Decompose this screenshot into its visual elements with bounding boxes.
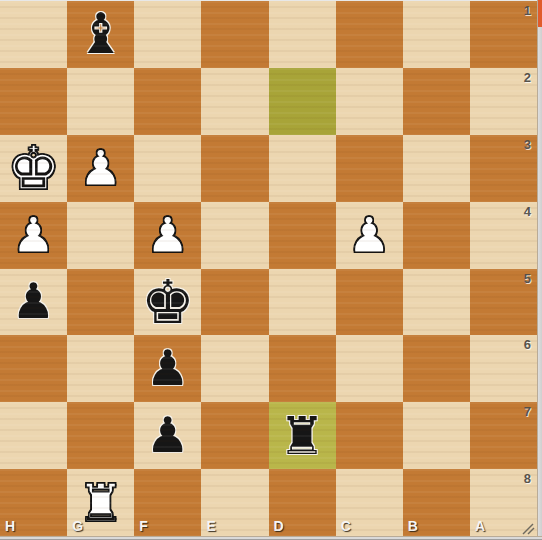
square-c6[interactable] [336,335,403,402]
square-e7[interactable] [201,402,268,469]
file-label-G: G [72,518,83,534]
file-label-F: F [139,518,148,534]
square-c8[interactable]: C [336,469,403,536]
square-a6[interactable]: 6 [470,335,537,402]
square-c3[interactable] [336,135,403,202]
square-b1[interactable] [403,1,470,68]
file-label-A: A [475,518,485,534]
file-label-D: D [274,518,284,534]
file-label-B: B [408,518,418,534]
square-c2[interactable] [336,68,403,135]
square-d7[interactable]: ♜ [269,402,336,469]
square-b3[interactable] [403,135,470,202]
file-label-C: C [341,518,351,534]
square-h8[interactable]: H [0,469,67,536]
square-f2[interactable] [134,68,201,135]
square-h3[interactable]: ♚ [0,135,67,202]
rank-label-4: 4 [524,204,531,219]
square-e1[interactable] [201,1,268,68]
square-b6[interactable] [403,335,470,402]
square-e2[interactable] [201,68,268,135]
square-a4[interactable]: 4 [470,202,537,269]
square-h1[interactable] [0,1,67,68]
scroll-position-marker [538,0,542,27]
square-g6[interactable] [67,335,134,402]
piece-black-bishop[interactable]: ♝ [67,1,134,68]
page-right-gutter [537,0,542,540]
square-a7[interactable]: 7 [470,402,537,469]
file-label-H: H [5,518,15,534]
square-e4[interactable] [201,202,268,269]
chess-board[interactable]: ♝12♚♟3♟♟♟4♟♚5♟6♟♜7H♜GFEDCB8A [0,0,537,536]
square-h2[interactable] [0,68,67,135]
file-label-E: E [206,518,215,534]
square-a2[interactable]: 2 [470,68,537,135]
rank-label-6: 6 [524,337,531,352]
square-b4[interactable] [403,202,470,269]
rank-label-3: 3 [524,137,531,152]
square-e6[interactable] [201,335,268,402]
square-d3[interactable] [269,135,336,202]
rank-label-1: 1 [524,3,531,18]
square-g8[interactable]: ♜G [67,469,134,536]
square-d6[interactable] [269,335,336,402]
square-f1[interactable] [134,1,201,68]
piece-white-king[interactable]: ♚ [0,135,67,202]
square-f8[interactable]: F [134,469,201,536]
square-f7[interactable]: ♟ [134,402,201,469]
app-window: ♝12♚♟3♟♟♟4♟♚5♟6♟♜7H♜GFEDCB8A [0,0,542,540]
square-c1[interactable] [336,1,403,68]
square-f6[interactable]: ♟ [134,335,201,402]
piece-black-pawn[interactable]: ♟ [134,335,201,402]
square-a5[interactable]: 5 [470,269,537,336]
square-b8[interactable]: B [403,469,470,536]
piece-white-pawn[interactable]: ♟ [336,202,403,269]
rank-label-7: 7 [524,404,531,419]
square-a3[interactable]: 3 [470,135,537,202]
square-f5[interactable]: ♚ [134,269,201,336]
square-h4[interactable]: ♟ [0,202,67,269]
resize-grip-icon[interactable] [521,521,535,534]
square-g2[interactable] [67,68,134,135]
square-d8[interactable]: D [269,469,336,536]
piece-black-pawn[interactable]: ♟ [0,269,67,336]
piece-black-pawn[interactable]: ♟ [134,402,201,469]
rank-label-2: 2 [524,70,531,85]
square-g3[interactable]: ♟ [67,135,134,202]
square-g5[interactable] [67,269,134,336]
piece-black-king[interactable]: ♚ [134,269,201,336]
square-c4[interactable]: ♟ [336,202,403,269]
square-d4[interactable] [269,202,336,269]
square-e5[interactable] [201,269,268,336]
square-c7[interactable] [336,402,403,469]
square-f3[interactable] [134,135,201,202]
square-b5[interactable] [403,269,470,336]
square-h7[interactable] [0,402,67,469]
square-d5[interactable] [269,269,336,336]
square-e3[interactable] [201,135,268,202]
square-c5[interactable] [336,269,403,336]
square-f4[interactable]: ♟ [134,202,201,269]
piece-black-rook[interactable]: ♜ [269,402,336,469]
piece-white-pawn[interactable]: ♟ [67,135,134,202]
square-h5[interactable]: ♟ [0,269,67,336]
square-d1[interactable] [269,1,336,68]
square-b2[interactable] [403,68,470,135]
square-d2[interactable] [269,68,336,135]
square-g1[interactable]: ♝ [67,1,134,68]
piece-white-pawn[interactable]: ♟ [134,202,201,269]
square-g4[interactable] [67,202,134,269]
square-a1[interactable]: 1 [470,1,537,68]
rank-label-8: 8 [524,471,531,486]
square-b7[interactable] [403,402,470,469]
piece-white-pawn[interactable]: ♟ [0,202,67,269]
square-g7[interactable] [67,402,134,469]
square-h6[interactable] [0,335,67,402]
square-e8[interactable]: E [201,469,268,536]
page-bottom-gutter [0,536,542,540]
rank-label-5: 5 [524,271,531,286]
